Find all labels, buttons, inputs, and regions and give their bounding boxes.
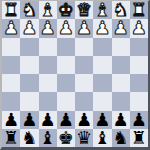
square-e3[interactable]: [57, 38, 75, 56]
square-c7[interactable]: ♟: [93, 111, 111, 129]
white-queen-d1[interactable]: ♛: [76, 1, 92, 19]
square-c6[interactable]: [93, 92, 111, 110]
square-f6[interactable]: [39, 92, 57, 110]
black-pawn-b7[interactable]: ♟: [113, 111, 129, 129]
square-e8[interactable]: ♚: [57, 129, 75, 147]
square-g6[interactable]: [20, 92, 38, 110]
square-d1[interactable]: ♛: [75, 1, 93, 19]
square-g7[interactable]: ♟: [20, 111, 38, 129]
square-a8[interactable]: ♜: [130, 129, 148, 147]
square-d8[interactable]: ♛: [75, 129, 93, 147]
white-knight-g1[interactable]: ♞: [21, 1, 37, 19]
square-h4[interactable]: [2, 56, 20, 74]
square-h5[interactable]: [2, 74, 20, 92]
white-pawn-c2[interactable]: ♟: [94, 19, 110, 37]
white-pawn-f2[interactable]: ♟: [40, 19, 56, 37]
square-d5[interactable]: [75, 74, 93, 92]
black-bishop-c8[interactable]: ♝: [94, 129, 110, 147]
white-bishop-f1[interactable]: ♝: [40, 1, 56, 19]
black-pawn-h7[interactable]: ♟: [3, 111, 19, 129]
board-grid: ♜♞♝♚♛♝♞♜♟♟♟♟♟♟♟♟♟♟♟♟♟♟♟♟♜♞♝♚♛♝♞♜: [2, 1, 148, 147]
square-h2[interactable]: ♟: [2, 19, 20, 37]
square-c8[interactable]: ♝: [93, 129, 111, 147]
square-c1[interactable]: ♝: [93, 1, 111, 19]
square-d6[interactable]: [75, 92, 93, 110]
black-pawn-c7[interactable]: ♟: [94, 111, 110, 129]
square-f1[interactable]: ♝: [39, 1, 57, 19]
black-queen-d8[interactable]: ♛: [76, 129, 92, 147]
black-king-e8[interactable]: ♚: [58, 129, 74, 147]
square-e2[interactable]: ♟: [57, 19, 75, 37]
square-g4[interactable]: [20, 56, 38, 74]
black-pawn-a7[interactable]: ♟: [131, 111, 147, 129]
square-g8[interactable]: ♞: [20, 129, 38, 147]
square-h6[interactable]: [2, 92, 20, 110]
black-bishop-f8[interactable]: ♝: [40, 129, 56, 147]
square-b6[interactable]: [112, 92, 130, 110]
square-g5[interactable]: [20, 74, 38, 92]
black-pawn-e7[interactable]: ♟: [58, 111, 74, 129]
square-f8[interactable]: ♝: [39, 129, 57, 147]
square-d7[interactable]: ♟: [75, 111, 93, 129]
white-pawn-e2[interactable]: ♟: [58, 19, 74, 37]
square-f3[interactable]: [39, 38, 57, 56]
black-rook-a8[interactable]: ♜: [131, 129, 147, 147]
black-pawn-d7[interactable]: ♟: [76, 111, 92, 129]
square-g1[interactable]: ♞: [20, 1, 38, 19]
square-e4[interactable]: [57, 56, 75, 74]
square-e1[interactable]: ♚: [57, 1, 75, 19]
square-d3[interactable]: [75, 38, 93, 56]
white-king-e1[interactable]: ♚: [58, 1, 74, 19]
square-b2[interactable]: ♟: [112, 19, 130, 37]
square-d2[interactable]: ♟: [75, 19, 93, 37]
square-f2[interactable]: ♟: [39, 19, 57, 37]
square-h1[interactable]: ♜: [2, 1, 20, 19]
square-a7[interactable]: ♟: [130, 111, 148, 129]
white-pawn-b2[interactable]: ♟: [113, 19, 129, 37]
white-pawn-g2[interactable]: ♟: [21, 19, 37, 37]
square-e5[interactable]: [57, 74, 75, 92]
white-knight-b1[interactable]: ♞: [113, 1, 129, 19]
black-knight-b8[interactable]: ♞: [113, 129, 129, 147]
square-b7[interactable]: ♟: [112, 111, 130, 129]
square-g3[interactable]: [20, 38, 38, 56]
square-f5[interactable]: [39, 74, 57, 92]
square-h8[interactable]: ♜: [2, 129, 20, 147]
square-c5[interactable]: [93, 74, 111, 92]
square-a2[interactable]: ♟: [130, 19, 148, 37]
white-pawn-a2[interactable]: ♟: [131, 19, 147, 37]
square-f4[interactable]: [39, 56, 57, 74]
square-a5[interactable]: [130, 74, 148, 92]
square-c2[interactable]: ♟: [93, 19, 111, 37]
square-g2[interactable]: ♟: [20, 19, 38, 37]
square-a4[interactable]: [130, 56, 148, 74]
square-e7[interactable]: ♟: [57, 111, 75, 129]
square-h3[interactable]: [2, 38, 20, 56]
white-pawn-h2[interactable]: ♟: [3, 19, 19, 37]
square-b4[interactable]: [112, 56, 130, 74]
square-b3[interactable]: [112, 38, 130, 56]
square-b8[interactable]: ♞: [112, 129, 130, 147]
square-a3[interactable]: [130, 38, 148, 56]
square-d4[interactable]: [75, 56, 93, 74]
white-rook-h1[interactable]: ♜: [3, 1, 19, 19]
white-bishop-c1[interactable]: ♝: [94, 1, 110, 19]
chess-board: ♜♞♝♚♛♝♞♜♟♟♟♟♟♟♟♟♟♟♟♟♟♟♟♟♜♞♝♚♛♝♞♜: [0, 0, 150, 150]
black-knight-g8[interactable]: ♞: [21, 129, 37, 147]
black-pawn-f7[interactable]: ♟: [40, 111, 56, 129]
square-b5[interactable]: [112, 74, 130, 92]
white-rook-a1[interactable]: ♜: [131, 1, 147, 19]
square-e6[interactable]: [57, 92, 75, 110]
white-pawn-d2[interactable]: ♟: [76, 19, 92, 37]
square-a1[interactable]: ♜: [130, 1, 148, 19]
square-a6[interactable]: [130, 92, 148, 110]
square-c4[interactable]: [93, 56, 111, 74]
black-rook-h8[interactable]: ♜: [3, 129, 19, 147]
square-b1[interactable]: ♞: [112, 1, 130, 19]
square-h7[interactable]: ♟: [2, 111, 20, 129]
black-pawn-g7[interactable]: ♟: [21, 111, 37, 129]
square-c3[interactable]: [93, 38, 111, 56]
square-f7[interactable]: ♟: [39, 111, 57, 129]
